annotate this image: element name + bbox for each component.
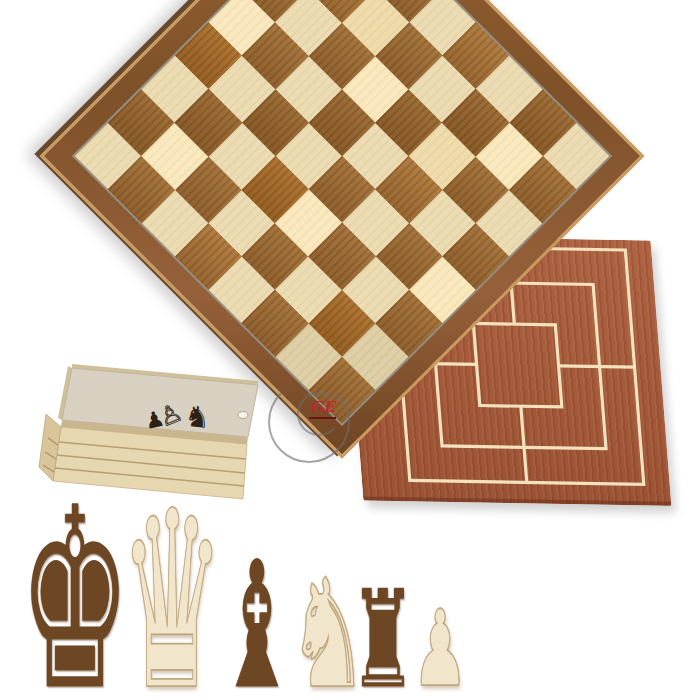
chess-piece-dark-king: ♚ <box>19 475 131 700</box>
watermark-text: GE <box>309 400 336 419</box>
chess-piece-light-queen: ♛ <box>119 479 224 700</box>
chess-piece-dark-rook: ♜ <box>350 572 417 700</box>
product-photo-stage: ♟ ♙ ♞ GE ♚ ♛ ♝ ♞ ♜ ♟ <box>0 0 700 700</box>
chess-piece-dark-bishop: ♝ <box>216 538 298 700</box>
chess-piece-light-pawn: ♟ <box>412 597 468 700</box>
box-lid-hole <box>238 412 248 419</box>
box-logo-knight-icon: ♞ <box>183 399 212 436</box>
